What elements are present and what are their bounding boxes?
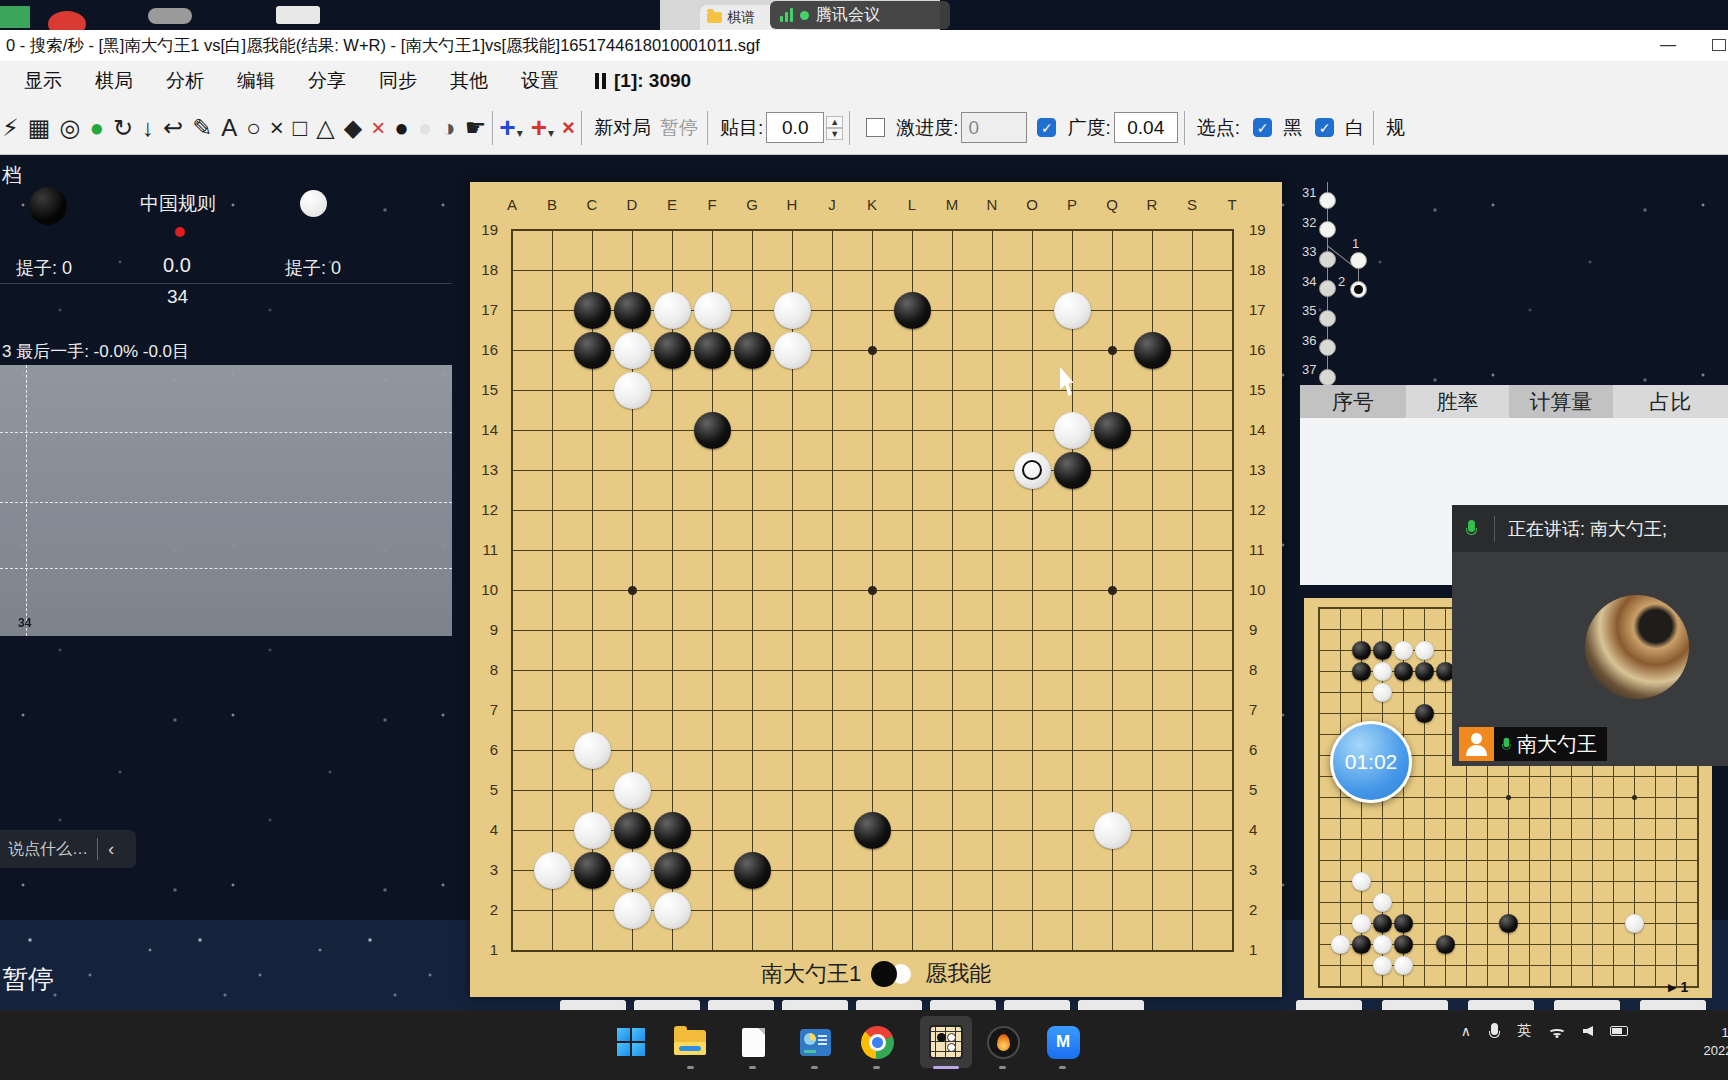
branch-node-white[interactable] xyxy=(1350,252,1367,269)
white-stone xyxy=(534,852,571,889)
meeting-app-button[interactable]: M xyxy=(1041,1022,1085,1062)
profile-icon xyxy=(1459,727,1494,761)
hand-icon[interactable]: ☛ xyxy=(465,116,487,140)
window-preview-sliver xyxy=(930,1000,996,1010)
move-tree-node[interactable] xyxy=(1319,339,1336,356)
white-stone xyxy=(1394,956,1413,975)
window-preview-sliver xyxy=(856,1000,922,1010)
time-text: 10 xyxy=(1703,1024,1728,1042)
black-stone xyxy=(654,332,691,369)
white-stone xyxy=(654,892,691,929)
row-label-left: 17 xyxy=(470,301,504,318)
rules-label-clipped: 规 xyxy=(1386,115,1405,141)
black-stone xyxy=(694,332,731,369)
black-stone xyxy=(1394,662,1413,681)
white-stone xyxy=(1331,935,1350,954)
background-window-fragment-white xyxy=(276,6,320,24)
menu-item-6[interactable]: 同步 xyxy=(379,68,417,94)
eraser-icon[interactable]: ◆ xyxy=(344,116,362,140)
aggressiveness-input[interactable] xyxy=(961,112,1027,143)
undo-icon[interactable]: ↩ xyxy=(163,116,183,140)
black-stone xyxy=(654,812,691,849)
window-preview-sliver xyxy=(1468,1000,1534,1010)
column-label: S xyxy=(1182,196,1202,213)
row-label-right: 13 xyxy=(1249,461,1279,478)
star-point xyxy=(1108,346,1117,355)
last-move-info: 3 最后一手: -0.0% -0.0目 xyxy=(2,340,189,363)
title-bar: 0 - 搜索/秒 - [黑]南大勺王1 vs[白]愿我能(结果: W+R) - … xyxy=(0,30,1728,61)
black-stone xyxy=(694,412,731,449)
row-label-left: 13 xyxy=(470,461,504,478)
white-stone xyxy=(1373,893,1392,912)
black-stone xyxy=(1054,452,1091,489)
tencent-meeting-pill[interactable]: 腾讯会议 xyxy=(770,1,950,29)
half-stone-icon[interactable]: ◑ xyxy=(441,116,456,140)
column-label: G xyxy=(742,196,762,213)
tray-chevron-icon[interactable]: ∧ xyxy=(1461,1023,1471,1039)
row-label-left: 9 xyxy=(470,621,504,638)
background-window-fragment-green xyxy=(0,6,30,28)
black-stone xyxy=(574,852,611,889)
row-label-right: 2 xyxy=(1249,901,1279,918)
language-indicator[interactable]: 英 xyxy=(1517,1022,1531,1040)
speaking-bar: 正在讲话: 南大勺王; xyxy=(1452,505,1728,552)
black-captures: 提子: 0 xyxy=(16,256,72,280)
black-stone xyxy=(1134,332,1171,369)
chevron-down-icon[interactable]: ▾ xyxy=(548,126,554,140)
branch-number: 2 xyxy=(1338,274,1360,289)
red-x-icon[interactable]: × xyxy=(562,117,575,139)
top-strip: 棋谱 腾讯会议 xyxy=(0,0,1728,30)
delete-mark-icon[interactable]: × xyxy=(371,116,385,140)
white-captures: 提子: 0 xyxy=(285,256,341,280)
menu-item-5[interactable]: 分享 xyxy=(308,68,346,94)
meeting-overlay: 正在讲话: 南大勺王; 南大勺王 xyxy=(1452,505,1728,766)
date-text: 2022/ xyxy=(1703,1042,1728,1060)
stones-pair-icon xyxy=(871,961,915,987)
square-mark-icon[interactable]: □ xyxy=(293,116,308,140)
star-point xyxy=(868,346,877,355)
window-title: 0 - 搜索/秒 - [黑]南大勺王1 vs[白]愿我能(结果: W+R) - … xyxy=(6,35,1596,57)
chat-input[interactable]: 说点什么… xyxy=(8,839,88,860)
white-stone xyxy=(1373,935,1392,954)
black-stone xyxy=(1394,914,1413,933)
star-point xyxy=(628,586,637,595)
row-label-right: 12 xyxy=(1249,501,1279,518)
battery-icon[interactable] xyxy=(1610,1026,1628,1036)
chevron-down-icon[interactable]: ▾ xyxy=(517,126,523,140)
letter-icon[interactable]: A xyxy=(221,116,237,140)
white-stone xyxy=(574,812,611,849)
pick-white-checkbox[interactable]: ✓ xyxy=(1315,118,1334,137)
column-label: J xyxy=(822,196,842,213)
row-label-left: 6 xyxy=(470,741,504,758)
meeting-logo-icon: M xyxy=(1047,1026,1080,1059)
white-stone xyxy=(1625,914,1644,933)
black-stone xyxy=(1352,662,1371,681)
triangle-mark-icon[interactable]: △ xyxy=(316,116,334,140)
microphone-icon xyxy=(1465,520,1477,537)
column-label: A xyxy=(502,196,522,213)
black-stone xyxy=(614,292,651,329)
row-label-right: 5 xyxy=(1249,781,1279,798)
lightning-icon[interactable]: ⚡ xyxy=(2,116,19,140)
column-label: H xyxy=(782,196,802,213)
breadth-label: 广度: xyxy=(1067,115,1110,141)
participant-nameplate: 南大勺王 xyxy=(1459,727,1607,761)
row-label-left: 1 xyxy=(470,941,504,958)
black-stone xyxy=(1352,641,1371,660)
pick-black-label: 黑 xyxy=(1283,115,1302,141)
white-stone xyxy=(1373,662,1392,681)
menu-item-7[interactable]: 其他 xyxy=(450,68,488,94)
go-board[interactable]: 南大勺王1 愿我能 ABCDEFGHJKLMNOPQRST19191818171… xyxy=(470,182,1282,997)
row-label-right: 7 xyxy=(1249,701,1279,718)
row-label-left: 12 xyxy=(470,501,504,518)
circle-mark-icon[interactable]: ○ xyxy=(246,116,261,140)
white-stone xyxy=(694,292,731,329)
new-game-button[interactable]: 新对局 xyxy=(594,115,651,141)
black-stone xyxy=(1499,914,1518,933)
menu-item-8[interactable]: 设置 xyxy=(521,68,559,94)
white-stone xyxy=(654,292,691,329)
row-label-right: 8 xyxy=(1249,661,1279,678)
row-label-right: 19 xyxy=(1249,221,1279,238)
graph-move-label: 34 xyxy=(18,616,31,630)
visit-count: [1]: 3090 xyxy=(614,70,691,92)
red-cross-icon[interactable]: + xyxy=(531,114,547,142)
panel-divider xyxy=(0,283,452,284)
star-point xyxy=(868,586,877,595)
green-status-icon xyxy=(800,11,809,20)
chat-divider xyxy=(97,838,98,860)
white-stone xyxy=(1373,956,1392,975)
move-tree-node[interactable] xyxy=(1319,221,1336,238)
move-tree-node[interactable] xyxy=(1319,251,1336,268)
column-label: E xyxy=(662,196,682,213)
row-label-left: 11 xyxy=(470,541,504,558)
row-label-left: 4 xyxy=(470,821,504,838)
aggressiveness-label: 激进度: xyxy=(896,115,958,141)
table-header-1[interactable]: 序号 xyxy=(1300,385,1406,418)
start-button[interactable] xyxy=(609,1022,653,1062)
score-estimate: 0.0 xyxy=(163,254,191,277)
window-preview-sliver xyxy=(708,1000,774,1010)
window-preview-sliver xyxy=(560,1000,626,1010)
background-window-fragment-grey xyxy=(148,8,192,24)
toolbar-icons: ⚡▦◎●↻↓↩✎A○×□△◆×●●◑☛ xyxy=(0,116,486,140)
pick-white-label: 白 xyxy=(1345,115,1364,141)
white-stone xyxy=(1373,683,1392,702)
maximize-button[interactable] xyxy=(1712,39,1726,51)
row-label-right: 17 xyxy=(1249,301,1279,318)
move-tree-node[interactable] xyxy=(1319,192,1336,209)
folder-icon xyxy=(707,12,722,23)
white-stone xyxy=(774,332,811,369)
komi-label: 贴目: xyxy=(720,115,763,141)
star-point xyxy=(1108,586,1117,595)
play-icon[interactable]: ▶ xyxy=(1668,981,1676,994)
black-stone-icon[interactable]: ● xyxy=(394,116,409,140)
white-stone xyxy=(1352,872,1371,891)
desktop-screen: 棋谱 腾讯会议 0 - 搜索/秒 - [黑]南大勺王1 vs[白]愿我能(结果:… xyxy=(0,0,1728,1080)
row-label-right: 4 xyxy=(1249,821,1279,838)
menu-item-4[interactable]: 编辑 xyxy=(237,68,275,94)
document-icon xyxy=(742,1028,765,1057)
pause-overlay-label: 暂停 xyxy=(2,962,54,997)
black-stone xyxy=(1373,914,1392,933)
black-stone xyxy=(1373,641,1392,660)
board-grid[interactable] xyxy=(512,230,1233,951)
star-point xyxy=(1506,795,1511,800)
row-label-left: 2 xyxy=(470,901,504,918)
library-icon[interactable]: ▦ xyxy=(28,116,51,140)
white-stone-icon[interactable]: ● xyxy=(418,116,433,140)
go-board-icon xyxy=(929,1025,963,1059)
window-preview-sliver xyxy=(634,1000,700,1010)
flame-icon xyxy=(987,1026,1020,1059)
white-stone xyxy=(614,332,651,369)
search-status: [1]: 3090 xyxy=(595,70,691,92)
window-preview-sliver xyxy=(1554,1000,1620,1010)
folder-icon xyxy=(674,1030,706,1055)
white-stone xyxy=(774,292,811,329)
menu-items: 显示棋局分析编辑分享同步其他设置 xyxy=(0,68,559,94)
pick-points-label: 选点: xyxy=(1197,115,1240,141)
row-label-right: 15 xyxy=(1249,381,1279,398)
chrome-button[interactable] xyxy=(855,1022,899,1062)
menu-item-2[interactable]: 棋局 xyxy=(95,68,133,94)
file-explorer-button[interactable] xyxy=(668,1022,712,1062)
black-player-stone-icon xyxy=(29,187,67,225)
participant-avatar xyxy=(1585,595,1689,699)
last-move-marker xyxy=(1022,460,1043,481)
black-stone xyxy=(574,292,611,329)
pencil-icon[interactable]: ✎ xyxy=(192,116,212,140)
row-label-right: 1 xyxy=(1249,941,1279,958)
window-preview-sliver xyxy=(1296,1000,1362,1010)
black-stone xyxy=(1415,704,1434,723)
black-stone xyxy=(734,332,771,369)
speaking-text: 正在讲话: 南大勺王; xyxy=(1508,517,1667,541)
move-tree-node[interactable] xyxy=(1319,310,1336,327)
window-preview-sliver xyxy=(1004,1000,1070,1010)
archive-button-partial[interactable]: 档 xyxy=(2,162,22,189)
task-manager-button[interactable] xyxy=(793,1022,837,1062)
move-number: 34 xyxy=(167,286,188,308)
system-tray: ∧ 英 xyxy=(1461,1022,1628,1040)
chat-bar[interactable]: 说点什么… ‹ xyxy=(0,830,136,868)
white-stone xyxy=(1352,914,1371,933)
small-board-nav[interactable]: ▶ 1 xyxy=(1668,979,1688,995)
black-stone xyxy=(894,292,931,329)
table-header-3[interactable]: 计算量 xyxy=(1509,385,1613,418)
row-label-right: 18 xyxy=(1249,261,1279,278)
turn-indicator-dot xyxy=(175,227,185,237)
star-point xyxy=(1632,795,1637,800)
taskbar-clock[interactable]: 10 2022/ xyxy=(1703,1024,1728,1060)
signal-bars-icon xyxy=(780,8,793,22)
row-label-left: 5 xyxy=(470,781,504,798)
toolbar: ⚡▦◎●↻↓↩✎A○×□△◆×●●◑☛ + ▾ + ▾ × 新对局 暂停 贴目:… xyxy=(0,101,1728,155)
window-preview-sliver xyxy=(782,1000,848,1010)
tab-kifu-label: 棋谱 xyxy=(727,9,755,27)
white-stone xyxy=(1014,452,1051,489)
go-app-button[interactable] xyxy=(924,1022,968,1062)
aggressiveness-checkbox[interactable] xyxy=(866,118,885,137)
white-player-stone-icon xyxy=(300,190,327,217)
window-preview-sliver xyxy=(1640,1000,1706,1010)
down-arrow-icon[interactable]: ↓ xyxy=(142,116,154,140)
window-preview-sliver xyxy=(1078,1000,1144,1010)
taskbar: M xyxy=(0,1010,1728,1080)
pick-black-checkbox[interactable]: ✓ xyxy=(1253,118,1272,137)
player-bar: 南大勺王1 愿我能 xyxy=(470,959,1282,989)
row-label-right: 11 xyxy=(1249,541,1279,558)
white-stone xyxy=(1054,412,1091,449)
windows-logo-icon xyxy=(617,1028,645,1056)
row-label-right: 16 xyxy=(1249,341,1279,358)
table-header-4[interactable]: 占比 xyxy=(1613,385,1728,418)
white-stone xyxy=(1394,641,1413,660)
green-dot-icon[interactable]: ● xyxy=(90,116,105,140)
black-stone xyxy=(1415,662,1434,681)
row-label-left: 18 xyxy=(470,261,504,278)
black-stone xyxy=(854,812,891,849)
white-stone xyxy=(1415,641,1434,660)
black-stone xyxy=(1394,935,1413,954)
row-label-right: 9 xyxy=(1249,621,1279,638)
column-label: M xyxy=(942,196,962,213)
column-label: B xyxy=(542,196,562,213)
game-clock: 01:02 xyxy=(1330,721,1412,803)
speaker-icon[interactable] xyxy=(1583,1026,1593,1036)
breadth-checkbox[interactable]: ✓ xyxy=(1037,118,1056,137)
row-label-left: 8 xyxy=(470,661,504,678)
rules-name: 中国规则 xyxy=(140,191,216,217)
microphone-icon xyxy=(1501,737,1511,751)
move-tree-node[interactable] xyxy=(1319,280,1336,297)
white-player-name: 愿我能 xyxy=(925,959,991,989)
white-stone xyxy=(614,852,651,889)
row-label-left: 16 xyxy=(470,341,504,358)
white-stone xyxy=(1094,812,1131,849)
black-stone xyxy=(614,812,651,849)
white-stone xyxy=(614,772,651,809)
column-label: N xyxy=(982,196,1002,213)
row-label-left: 3 xyxy=(470,861,504,878)
participant-name: 南大勺王 xyxy=(1517,731,1597,758)
row-label-right: 6 xyxy=(1249,741,1279,758)
black-stone xyxy=(1352,935,1371,954)
winrate-graph[interactable]: 34 xyxy=(0,365,452,636)
row-label-right: 14 xyxy=(1249,421,1279,438)
rotate-icon[interactable]: ↻ xyxy=(113,116,133,140)
breadth-input[interactable] xyxy=(1114,112,1178,143)
row-label-left: 14 xyxy=(470,421,504,438)
column-label: K xyxy=(862,196,882,213)
row-label-right: 3 xyxy=(1249,861,1279,878)
black-stone xyxy=(734,852,771,889)
column-label: L xyxy=(902,196,922,213)
komi-stepper[interactable]: ▲▼ xyxy=(826,116,843,140)
white-stone xyxy=(574,732,611,769)
column-label: D xyxy=(622,196,642,213)
menu-bar: 显示棋局分析编辑分享同步其他设置 [1]: 3090 xyxy=(0,61,1728,101)
meeting-pill-label: 腾讯会议 xyxy=(816,5,880,26)
column-label: O xyxy=(1022,196,1042,213)
collapse-chevron-icon[interactable]: ‹ xyxy=(108,838,114,860)
flame-app-button[interactable] xyxy=(981,1022,1025,1062)
minimize-button[interactable]: — xyxy=(1648,30,1688,61)
menu-item-3[interactable]: 分析 xyxy=(166,68,204,94)
black-player-name: 南大勺王1 xyxy=(761,959,861,989)
blue-cross-icon[interactable]: + xyxy=(499,114,515,142)
white-stone xyxy=(614,892,651,929)
row-label-left: 19 xyxy=(470,221,504,238)
move-tree-node[interactable] xyxy=(1319,369,1336,386)
monitor-chart-icon xyxy=(800,1029,831,1056)
column-label: T xyxy=(1222,196,1242,213)
white-stone xyxy=(1054,292,1091,329)
column-label: Q xyxy=(1102,196,1122,213)
table-header-2[interactable]: 胜率 xyxy=(1406,385,1509,418)
column-label: F xyxy=(702,196,722,213)
analysis-circle-icon[interactable]: ◎ xyxy=(60,116,81,140)
row-label-left: 10 xyxy=(470,581,504,598)
black-stone xyxy=(1094,412,1131,449)
window-preview-sliver xyxy=(1382,1000,1448,1010)
chrome-icon xyxy=(861,1026,894,1059)
row-label-left: 15 xyxy=(470,381,504,398)
video-tile[interactable]: 南大勺王 xyxy=(1452,552,1728,766)
column-label: P xyxy=(1062,196,1082,213)
black-stone xyxy=(574,332,611,369)
pause-button[interactable]: 暂停 xyxy=(660,115,698,141)
white-stone xyxy=(614,372,651,409)
column-label: R xyxy=(1142,196,1162,213)
wifi-icon[interactable] xyxy=(1548,1025,1566,1038)
komi-input[interactable] xyxy=(766,112,824,143)
nav-number: 1 xyxy=(1680,979,1688,995)
menu-item-1[interactable]: 显示 xyxy=(24,68,62,94)
row-label-right: 10 xyxy=(1249,581,1279,598)
notepad-button[interactable] xyxy=(731,1022,775,1062)
tray-microphone-icon[interactable] xyxy=(1488,1023,1500,1040)
black-stone xyxy=(1436,935,1455,954)
x-mark-icon[interactable]: × xyxy=(270,116,284,140)
analysis-table-header: 序号胜率计算量占比 xyxy=(1300,385,1728,418)
branch-number: 1 xyxy=(1352,236,1374,251)
row-label-left: 7 xyxy=(470,701,504,718)
pause-icon[interactable] xyxy=(595,73,606,89)
column-label: C xyxy=(582,196,602,213)
black-stone xyxy=(654,852,691,889)
